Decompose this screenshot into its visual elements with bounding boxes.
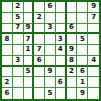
sudoku-cell-r5c7[interactable]: 9 [67,45,78,56]
sudoku-cell-r1c5[interactable]: 6 [45,2,56,13]
sudoku-cell-r1c6[interactable] [56,2,67,13]
sudoku-cell-r3c7[interactable]: 6 [67,24,78,35]
sudoku-cell-r4c3[interactable]: 7 [24,34,35,45]
sudoku-cell-r9c8[interactable]: 9 [77,88,88,99]
sudoku-board: 26952779368735174936845926261659 [0,0,101,101]
sudoku-cell-r2c5[interactable] [45,13,56,24]
sudoku-cell-r9c7[interactable] [67,88,78,99]
sudoku-cell-r3c3[interactable]: 9 [24,24,35,35]
sudoku-cell-r9c5[interactable]: 5 [45,88,56,99]
sudoku-cell-r7c5[interactable]: 9 [45,67,56,78]
sudoku-cell-r9c2[interactable] [13,88,24,99]
sudoku-cell-r6c1[interactable] [2,56,13,67]
sudoku-cell-r2c4[interactable]: 2 [34,13,45,24]
sudoku-cell-r4c2[interactable] [13,34,24,45]
sudoku-cell-r3c5[interactable]: 3 [45,24,56,35]
sudoku-cell-r5c2[interactable] [13,45,24,56]
sudoku-cell-r4c1[interactable]: 8 [2,34,13,45]
sudoku-cell-r4c6[interactable]: 3 [56,34,67,45]
sudoku-cell-r8c5[interactable] [45,77,56,88]
sudoku-cell-r1c8[interactable] [77,2,88,13]
sudoku-cell-r3c9[interactable] [88,24,99,35]
sudoku-cell-r9c1[interactable]: 6 [2,88,13,99]
sudoku-cell-r1c2[interactable]: 2 [13,2,24,13]
sudoku-cell-r4c9[interactable] [88,34,99,45]
sudoku-cell-r5c9[interactable] [88,45,99,56]
sudoku-cell-r9c4[interactable] [34,88,45,99]
sudoku-cell-r2c3[interactable] [24,13,35,24]
sudoku-cell-r7c6[interactable] [56,67,67,78]
sudoku-cell-r7c3[interactable]: 5 [24,67,35,78]
sudoku-cell-r4c7[interactable] [67,34,78,45]
sudoku-cell-r1c4[interactable] [34,2,45,13]
sudoku-cell-r9c3[interactable] [24,88,35,99]
sudoku-cell-r6c8[interactable] [77,56,88,67]
sudoku-cell-r7c2[interactable] [13,67,24,78]
sudoku-cell-r8c8[interactable]: 1 [77,77,88,88]
sudoku-cell-r4c8[interactable]: 5 [77,34,88,45]
sudoku-cell-r7c8[interactable]: 6 [77,67,88,78]
sudoku-cell-r1c3[interactable] [24,2,35,13]
sudoku-cell-r1c9[interactable]: 9 [88,2,99,13]
sudoku-cell-r8c9[interactable] [88,77,99,88]
sudoku-cell-r8c2[interactable] [13,77,24,88]
sudoku-cell-r8c7[interactable] [67,77,78,88]
sudoku-cell-r1c1[interactable] [2,2,13,13]
sudoku-cell-r6c7[interactable]: 8 [67,56,78,67]
sudoku-cell-r3c8[interactable] [77,24,88,35]
sudoku-cell-r5c6[interactable]: 4 [56,45,67,56]
sudoku-cell-r8c6[interactable]: 6 [56,77,67,88]
sudoku-cell-r2c9[interactable]: 7 [88,13,99,24]
sudoku-cell-r1c7[interactable] [67,2,78,13]
sudoku-cell-r5c3[interactable]: 1 [24,45,35,56]
sudoku-cell-r5c1[interactable] [2,45,13,56]
sudoku-cell-r2c2[interactable]: 5 [13,13,24,24]
sudoku-cell-r7c7[interactable]: 2 [67,67,78,78]
sudoku-cell-r3c4[interactable] [34,24,45,35]
sudoku-cell-r7c4[interactable] [34,67,45,78]
sudoku-cell-r2c1[interactable] [2,13,13,24]
sudoku-cell-r9c6[interactable] [56,88,67,99]
sudoku-cell-r2c8[interactable] [77,13,88,24]
sudoku-cell-r6c9[interactable]: 4 [88,56,99,67]
sudoku-cell-r3c1[interactable] [2,24,13,35]
sudoku-cell-r5c8[interactable] [77,45,88,56]
sudoku-cell-r6c3[interactable] [24,56,35,67]
sudoku-cell-r7c9[interactable] [88,67,99,78]
sudoku-cell-r6c2[interactable]: 3 [13,56,24,67]
sudoku-cell-r5c4[interactable]: 7 [34,45,45,56]
sudoku-cell-r8c3[interactable] [24,77,35,88]
sudoku-cell-r6c4[interactable]: 6 [34,56,45,67]
sudoku-cell-r6c6[interactable] [56,56,67,67]
sudoku-cell-r2c7[interactable] [67,13,78,24]
sudoku-cell-r6c5[interactable] [45,56,56,67]
sudoku-cell-r2c6[interactable] [56,13,67,24]
sudoku-cell-r7c1[interactable] [2,67,13,78]
sudoku-cell-r8c4[interactable] [34,77,45,88]
sudoku-cell-r4c5[interactable] [45,34,56,45]
sudoku-cell-r4c4[interactable] [34,34,45,45]
sudoku-cell-r3c6[interactable] [56,24,67,35]
sudoku-cell-r9c9[interactable] [88,88,99,99]
sudoku-cell-r3c2[interactable]: 7 [13,24,24,35]
sudoku-cell-r8c1[interactable]: 2 [2,77,13,88]
sudoku-cell-r5c5[interactable] [45,45,56,56]
